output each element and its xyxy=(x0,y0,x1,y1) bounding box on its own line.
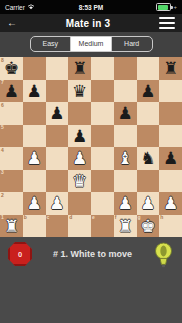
square-b8[interactable] xyxy=(23,57,46,80)
square-f4[interactable]: ♝ xyxy=(114,147,137,170)
square-h7[interactable] xyxy=(159,80,182,103)
square-f5[interactable] xyxy=(114,125,137,148)
square-d4[interactable]: ♟ xyxy=(68,147,91,170)
chess-board: 8♚♜♜7♟♟♛♟6♟♟5♟4♟♟♝♞♟3♛2♟♟♟♟♟1♜bcdef♜g♚h xyxy=(0,57,182,237)
piece-black-R-h8[interactable]: ♜ xyxy=(159,57,182,80)
piece-white-P-f2[interactable]: ♟ xyxy=(114,192,137,215)
square-d3[interactable]: ♛ xyxy=(68,170,91,193)
coord-label-5: 5 xyxy=(1,125,4,130)
square-c6[interactable]: ♟ xyxy=(46,102,69,125)
square-g5[interactable] xyxy=(137,125,160,148)
app-screen: Carrier 8:53 PM + ← Mate in 3 EasyMedium… xyxy=(0,0,182,323)
piece-white-P-h2[interactable]: ♟ xyxy=(159,192,182,215)
piece-black-Q-d7[interactable]: ♛ xyxy=(68,80,91,103)
square-h1[interactable]: h xyxy=(159,215,182,238)
square-b4[interactable]: ♟ xyxy=(23,147,46,170)
square-c1[interactable]: c xyxy=(46,215,69,238)
square-a2[interactable]: 2 xyxy=(0,192,23,215)
square-a8[interactable]: 8♚ xyxy=(0,57,23,80)
difficulty-option-medium[interactable]: Medium xyxy=(71,37,112,51)
lightbulb-icon xyxy=(153,241,174,274)
square-g2[interactable]: ♟ xyxy=(137,192,160,215)
square-a3[interactable]: 3 xyxy=(0,170,23,193)
square-h3[interactable] xyxy=(159,170,182,193)
clock-time: 8:53 PM xyxy=(79,4,104,11)
square-g8[interactable] xyxy=(137,57,160,80)
piece-white-P-b4[interactable]: ♟ xyxy=(23,147,46,170)
charging-icon: + xyxy=(173,4,177,10)
square-a1[interactable]: 1♜ xyxy=(0,215,23,238)
square-f2[interactable]: ♟ xyxy=(114,192,137,215)
status-bar: Carrier 8:53 PM + xyxy=(0,0,182,14)
piece-white-Q-d3[interactable]: ♛ xyxy=(68,170,91,193)
square-h4[interactable]: ♟ xyxy=(159,147,182,170)
square-a7[interactable]: 7♟ xyxy=(0,80,23,103)
square-c4[interactable] xyxy=(46,147,69,170)
back-button[interactable]: ← xyxy=(7,14,17,32)
square-g1[interactable]: g♚ xyxy=(137,215,160,238)
piece-white-B-f4[interactable]: ♝ xyxy=(114,147,137,170)
piece-black-P-a7[interactable]: ♟ xyxy=(0,80,23,103)
piece-white-K-g1[interactable]: ♚ xyxy=(137,215,160,238)
square-b2[interactable]: ♟ xyxy=(23,192,46,215)
square-f7[interactable] xyxy=(114,80,137,103)
square-g4[interactable]: ♞ xyxy=(137,147,160,170)
square-c2[interactable]: ♟ xyxy=(46,192,69,215)
square-g3[interactable] xyxy=(137,170,160,193)
square-e2[interactable] xyxy=(91,192,114,215)
difficulty-option-easy[interactable]: Easy xyxy=(31,37,72,51)
square-e4[interactable] xyxy=(91,147,114,170)
square-c3[interactable] xyxy=(46,170,69,193)
square-c5[interactable] xyxy=(46,125,69,148)
battery-icon xyxy=(156,3,171,11)
piece-white-P-g2[interactable]: ♟ xyxy=(137,192,160,215)
piece-black-P-d5[interactable]: ♟ xyxy=(68,125,91,148)
square-e1[interactable]: e xyxy=(91,215,114,238)
square-g7[interactable]: ♟ xyxy=(137,80,160,103)
stop-counter-button[interactable]: 0 xyxy=(8,242,32,266)
piece-black-P-g7[interactable]: ♟ xyxy=(137,80,160,103)
square-b3[interactable] xyxy=(23,170,46,193)
piece-black-R-d8[interactable]: ♜ xyxy=(68,57,91,80)
piece-white-R-a1[interactable]: ♜ xyxy=(0,215,23,238)
square-d2[interactable] xyxy=(68,192,91,215)
square-d1[interactable]: d xyxy=(68,215,91,238)
square-d7[interactable]: ♛ xyxy=(68,80,91,103)
square-e5[interactable] xyxy=(91,125,114,148)
page-title: Mate in 3 xyxy=(66,18,111,29)
square-d8[interactable]: ♜ xyxy=(68,57,91,80)
square-c8[interactable] xyxy=(46,57,69,80)
square-e7[interactable] xyxy=(91,80,114,103)
piece-white-P-c2[interactable]: ♟ xyxy=(46,192,69,215)
piece-black-P-b7[interactable]: ♟ xyxy=(23,80,46,103)
difficulty-option-hard[interactable]: Hard xyxy=(112,37,152,51)
piece-black-N-g4[interactable]: ♞ xyxy=(137,147,160,170)
coord-label-3: 3 xyxy=(1,170,4,175)
wifi-icon xyxy=(27,4,35,10)
square-f8[interactable] xyxy=(114,57,137,80)
piece-white-P-b2[interactable]: ♟ xyxy=(23,192,46,215)
footer-bar: 0 # 1. White to move xyxy=(0,237,182,323)
square-f1[interactable]: f♜ xyxy=(114,215,137,238)
square-e8[interactable] xyxy=(91,57,114,80)
difficulty-segmented-control: EasyMediumHard xyxy=(30,36,153,52)
square-b1[interactable]: b xyxy=(23,215,46,238)
square-h8[interactable]: ♜ xyxy=(159,57,182,80)
coord-label-e: e xyxy=(92,215,95,220)
piece-white-P-d4[interactable]: ♟ xyxy=(68,147,91,170)
coord-label-h: h xyxy=(160,215,163,220)
difficulty-strip: EasyMediumHard xyxy=(0,32,182,57)
square-a6[interactable]: 6 xyxy=(0,102,23,125)
square-e3[interactable] xyxy=(91,170,114,193)
square-f6[interactable]: ♟ xyxy=(114,102,137,125)
square-b5[interactable] xyxy=(23,125,46,148)
square-a4[interactable]: 4 xyxy=(0,147,23,170)
stop-counter-value: 0 xyxy=(18,250,22,259)
move-caption: # 1. White to move xyxy=(32,249,153,259)
coord-label-c: c xyxy=(47,215,50,220)
hint-button[interactable] xyxy=(153,241,174,278)
square-c7[interactable] xyxy=(46,80,69,103)
square-b7[interactable]: ♟ xyxy=(23,80,46,103)
square-h5[interactable] xyxy=(159,125,182,148)
coord-label-d: d xyxy=(69,215,72,220)
square-h6[interactable] xyxy=(159,102,182,125)
menu-icon[interactable] xyxy=(159,15,175,31)
coord-label-6: 6 xyxy=(1,103,4,108)
piece-black-P-c6[interactable]: ♟ xyxy=(46,102,69,125)
square-d6[interactable] xyxy=(68,102,91,125)
square-a5[interactable]: 5 xyxy=(0,125,23,148)
nav-bar: ← Mate in 3 xyxy=(0,14,182,32)
piece-black-K-a8[interactable]: ♚ xyxy=(0,57,23,80)
square-d5[interactable]: ♟ xyxy=(68,125,91,148)
square-h2[interactable]: ♟ xyxy=(159,192,182,215)
coord-label-2: 2 xyxy=(1,193,4,198)
piece-black-P-h4[interactable]: ♟ xyxy=(159,147,182,170)
coord-label-4: 4 xyxy=(1,148,4,153)
coord-label-b: b xyxy=(24,215,27,220)
square-g6[interactable] xyxy=(137,102,160,125)
piece-black-P-f6[interactable]: ♟ xyxy=(114,102,137,125)
square-b6[interactable] xyxy=(23,102,46,125)
piece-white-R-f1[interactable]: ♜ xyxy=(114,215,137,238)
square-e6[interactable] xyxy=(91,102,114,125)
square-f3[interactable] xyxy=(114,170,137,193)
carrier-label: Carrier xyxy=(5,4,25,11)
